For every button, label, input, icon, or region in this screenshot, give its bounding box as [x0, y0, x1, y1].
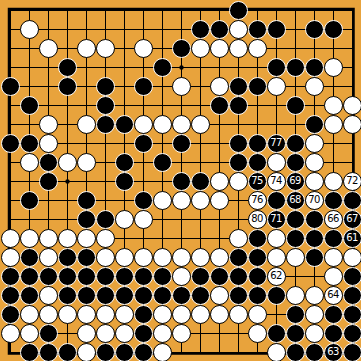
white-stone[interactable] — [229, 305, 248, 324]
black-stone[interactable] — [77, 210, 96, 229]
black-stone[interactable] — [248, 229, 267, 248]
white-stone[interactable] — [39, 115, 58, 134]
white-stone[interactable] — [1, 229, 20, 248]
black-stone[interactable] — [324, 20, 343, 39]
white-stone-numbered[interactable]: 80 — [248, 210, 267, 229]
black-stone[interactable] — [229, 1, 248, 20]
star-point — [179, 65, 183, 69]
white-stone[interactable] — [324, 248, 343, 267]
black-stone[interactable] — [20, 134, 39, 153]
white-stone[interactable] — [77, 324, 96, 343]
white-stone[interactable] — [343, 248, 361, 267]
white-stone[interactable] — [115, 324, 134, 343]
white-stone[interactable] — [39, 286, 58, 305]
white-stone[interactable] — [134, 248, 153, 267]
black-stone-numbered[interactable]: 69 — [286, 172, 305, 191]
black-stone[interactable] — [343, 191, 361, 210]
black-stone[interactable] — [267, 191, 286, 210]
black-stone[interactable] — [286, 134, 305, 153]
black-stone[interactable] — [134, 191, 153, 210]
white-stone[interactable] — [96, 248, 115, 267]
move-number: 75 — [251, 176, 263, 186]
black-stone[interactable] — [1, 267, 20, 286]
white-stone[interactable] — [305, 134, 324, 153]
black-stone[interactable] — [267, 286, 286, 305]
white-stone[interactable] — [58, 305, 77, 324]
black-stone[interactable] — [305, 229, 324, 248]
white-stone-numbered[interactable]: 66 — [324, 210, 343, 229]
white-stone-numbered[interactable]: 62 — [267, 267, 286, 286]
move-number: 64 — [327, 290, 339, 300]
white-stone[interactable] — [153, 305, 172, 324]
black-stone[interactable] — [191, 172, 210, 191]
black-stone[interactable] — [20, 96, 39, 115]
move-number: 68 — [289, 195, 301, 205]
white-stone[interactable] — [39, 248, 58, 267]
black-stone-numbered[interactable]: 71 — [267, 210, 286, 229]
black-stone-numbered[interactable]: 77 — [267, 134, 286, 153]
white-stone[interactable] — [39, 229, 58, 248]
black-stone[interactable] — [20, 191, 39, 210]
black-stone-numbered[interactable]: 75 — [248, 172, 267, 191]
black-stone[interactable] — [1, 305, 20, 324]
white-stone[interactable] — [229, 39, 248, 58]
black-stone[interactable] — [267, 324, 286, 343]
white-stone[interactable] — [191, 248, 210, 267]
black-stone[interactable] — [58, 248, 77, 267]
move-number: 69 — [289, 176, 301, 186]
white-stone[interactable] — [134, 115, 153, 134]
white-stone[interactable] — [248, 305, 267, 324]
white-stone[interactable] — [20, 153, 39, 172]
black-stone[interactable] — [115, 115, 134, 134]
white-stone[interactable] — [191, 191, 210, 210]
black-stone[interactable] — [172, 39, 191, 58]
black-stone[interactable] — [267, 20, 286, 39]
white-stone[interactable] — [77, 305, 96, 324]
black-stone[interactable] — [20, 267, 39, 286]
move-number: 70 — [308, 195, 320, 205]
white-stone[interactable] — [153, 343, 172, 361]
black-stone[interactable] — [134, 305, 153, 324]
black-stone[interactable] — [1, 77, 20, 96]
black-stone[interactable] — [58, 58, 77, 77]
white-stone[interactable] — [286, 286, 305, 305]
white-stone[interactable] — [248, 39, 267, 58]
black-stone[interactable] — [248, 20, 267, 39]
black-stone[interactable] — [1, 134, 20, 153]
black-stone[interactable] — [343, 305, 361, 324]
black-stone[interactable] — [229, 267, 248, 286]
black-stone[interactable] — [77, 267, 96, 286]
white-stone[interactable] — [191, 39, 210, 58]
black-stone[interactable] — [286, 324, 305, 343]
white-stone-numbered[interactable]: 70 — [305, 191, 324, 210]
black-stone[interactable] — [20, 286, 39, 305]
white-stone[interactable] — [20, 20, 39, 39]
black-stone[interactable] — [134, 77, 153, 96]
white-stone[interactable] — [324, 96, 343, 115]
black-stone[interactable] — [191, 267, 210, 286]
black-stone[interactable] — [343, 324, 361, 343]
black-stone[interactable] — [96, 115, 115, 134]
white-stone[interactable] — [229, 20, 248, 39]
white-stone[interactable] — [210, 77, 229, 96]
white-stone[interactable] — [96, 39, 115, 58]
black-stone[interactable] — [115, 343, 134, 361]
white-stone[interactable] — [191, 115, 210, 134]
black-stone[interactable] — [134, 324, 153, 343]
white-stone[interactable] — [153, 324, 172, 343]
black-stone-numbered[interactable]: 67 — [343, 210, 361, 229]
black-stone[interactable] — [153, 286, 172, 305]
black-stone[interactable] — [77, 191, 96, 210]
white-stone[interactable] — [115, 210, 134, 229]
black-stone[interactable] — [343, 267, 361, 286]
black-stone[interactable] — [286, 229, 305, 248]
black-stone[interactable] — [172, 172, 191, 191]
white-stone[interactable] — [229, 172, 248, 191]
white-stone[interactable] — [172, 305, 191, 324]
white-stone[interactable] — [20, 305, 39, 324]
black-stone[interactable] — [96, 210, 115, 229]
white-stone[interactable] — [267, 229, 286, 248]
black-stone[interactable] — [286, 210, 305, 229]
white-stone[interactable] — [77, 229, 96, 248]
black-stone[interactable] — [153, 58, 172, 77]
black-stone[interactable] — [39, 343, 58, 361]
go-diagram-page: 77757469727668708071666761626463 — [0, 0, 361, 361]
move-number: 66 — [327, 214, 339, 224]
black-stone[interactable] — [172, 134, 191, 153]
star-point — [65, 179, 69, 183]
black-stone[interactable] — [1, 286, 20, 305]
black-stone[interactable] — [305, 20, 324, 39]
black-stone[interactable] — [20, 343, 39, 361]
move-number: 63 — [327, 347, 339, 357]
black-stone[interactable] — [39, 172, 58, 191]
white-stone[interactable] — [115, 248, 134, 267]
black-stone[interactable] — [248, 153, 267, 172]
black-stone[interactable] — [305, 248, 324, 267]
white-stone[interactable] — [96, 229, 115, 248]
black-stone[interactable] — [210, 267, 229, 286]
white-stone[interactable] — [248, 324, 267, 343]
black-stone[interactable] — [248, 134, 267, 153]
move-number: 72 — [346, 176, 358, 186]
white-stone[interactable] — [343, 115, 361, 134]
black-stone[interactable] — [267, 58, 286, 77]
black-stone[interactable] — [115, 153, 134, 172]
black-stone[interactable] — [324, 324, 343, 343]
white-stone-numbered[interactable]: 64 — [324, 286, 343, 305]
white-stone[interactable] — [324, 267, 343, 286]
black-stone[interactable] — [191, 286, 210, 305]
white-stone-numbered[interactable]: 72 — [343, 172, 361, 191]
white-stone[interactable] — [58, 153, 77, 172]
white-stone[interactable] — [191, 305, 210, 324]
white-stone[interactable] — [324, 172, 343, 191]
black-stone[interactable] — [134, 343, 153, 361]
black-stone[interactable] — [343, 343, 361, 361]
black-stone[interactable] — [153, 267, 172, 286]
white-stone[interactable] — [305, 324, 324, 343]
black-stone[interactable] — [20, 248, 39, 267]
white-stone[interactable] — [267, 77, 286, 96]
white-stone[interactable] — [77, 115, 96, 134]
white-stone[interactable] — [286, 248, 305, 267]
move-number: 76 — [251, 195, 263, 205]
move-number: 74 — [270, 176, 282, 186]
move-number: 67 — [346, 214, 358, 224]
black-stone-numbered[interactable]: 68 — [286, 191, 305, 210]
black-stone[interactable] — [286, 96, 305, 115]
white-stone[interactable] — [20, 324, 39, 343]
white-stone[interactable] — [343, 96, 361, 115]
white-stone[interactable] — [210, 305, 229, 324]
white-stone[interactable] — [210, 248, 229, 267]
white-stone[interactable] — [305, 286, 324, 305]
white-stone[interactable] — [96, 324, 115, 343]
black-stone[interactable] — [58, 343, 77, 361]
black-stone[interactable] — [115, 172, 134, 191]
black-stone[interactable] — [172, 286, 191, 305]
black-stone[interactable] — [96, 77, 115, 96]
white-stone[interactable] — [210, 39, 229, 58]
black-stone[interactable] — [134, 134, 153, 153]
white-stone[interactable] — [96, 305, 115, 324]
white-stone[interactable] — [172, 267, 191, 286]
move-number: 61 — [346, 233, 358, 243]
black-stone[interactable] — [134, 286, 153, 305]
white-stone[interactable] — [77, 153, 96, 172]
black-stone[interactable] — [305, 115, 324, 134]
white-stone[interactable] — [305, 305, 324, 324]
move-number: 77 — [270, 138, 282, 148]
black-stone[interactable] — [39, 153, 58, 172]
go-board[interactable]: 77757469727668708071666761626463 — [0, 0, 361, 361]
black-stone[interactable] — [248, 286, 267, 305]
black-stone[interactable] — [229, 248, 248, 267]
white-stone[interactable] — [324, 58, 343, 77]
black-stone[interactable] — [305, 210, 324, 229]
white-stone[interactable] — [20, 229, 39, 248]
black-stone-numbered[interactable]: 61 — [343, 229, 361, 248]
white-stone[interactable] — [134, 39, 153, 58]
white-stone[interactable] — [267, 248, 286, 267]
black-stone[interactable] — [286, 58, 305, 77]
black-stone[interactable] — [134, 267, 153, 286]
black-stone[interactable] — [191, 20, 210, 39]
white-stone-numbered[interactable]: 74 — [267, 172, 286, 191]
black-stone[interactable] — [229, 286, 248, 305]
white-stone[interactable] — [115, 305, 134, 324]
white-stone[interactable] — [172, 324, 191, 343]
black-stone[interactable] — [229, 96, 248, 115]
black-stone[interactable] — [229, 134, 248, 153]
black-stone[interactable] — [248, 248, 267, 267]
white-stone[interactable] — [39, 305, 58, 324]
white-stone[interactable] — [1, 248, 20, 267]
black-stone[interactable] — [115, 267, 134, 286]
move-number: 62 — [270, 271, 282, 281]
white-stone[interactable] — [153, 191, 172, 210]
white-stone[interactable] — [210, 191, 229, 210]
white-stone[interactable] — [153, 248, 172, 267]
white-stone[interactable] — [39, 39, 58, 58]
white-stone[interactable] — [229, 229, 248, 248]
black-stone[interactable] — [96, 96, 115, 115]
white-stone[interactable] — [172, 248, 191, 267]
black-stone[interactable] — [324, 229, 343, 248]
white-stone[interactable] — [153, 115, 172, 134]
black-stone[interactable] — [96, 286, 115, 305]
black-stone[interactable] — [115, 286, 134, 305]
white-stone[interactable] — [172, 115, 191, 134]
white-stone[interactable] — [58, 229, 77, 248]
white-stone[interactable] — [172, 191, 191, 210]
black-stone[interactable] — [305, 58, 324, 77]
white-stone[interactable] — [1, 324, 20, 343]
black-stone[interactable] — [229, 153, 248, 172]
white-stone[interactable] — [305, 77, 324, 96]
black-stone-numbered[interactable]: 63 — [324, 343, 343, 361]
black-stone[interactable] — [286, 305, 305, 324]
black-stone[interactable] — [210, 20, 229, 39]
white-stone[interactable] — [172, 77, 191, 96]
white-stone[interactable] — [305, 172, 324, 191]
white-stone[interactable] — [210, 172, 229, 191]
black-stone[interactable] — [77, 286, 96, 305]
black-stone[interactable] — [39, 267, 58, 286]
black-stone[interactable] — [248, 77, 267, 96]
white-stone[interactable] — [77, 39, 96, 58]
black-stone[interactable] — [58, 77, 77, 96]
black-stone[interactable] — [248, 267, 267, 286]
black-stone[interactable] — [58, 267, 77, 286]
black-stone[interactable] — [324, 191, 343, 210]
move-number: 80 — [251, 214, 263, 224]
black-stone[interactable] — [39, 324, 58, 343]
white-stone-numbered[interactable]: 76 — [248, 191, 267, 210]
black-stone[interactable] — [58, 286, 77, 305]
black-stone[interactable] — [343, 286, 361, 305]
black-stone[interactable] — [153, 153, 172, 172]
white-stone[interactable] — [134, 210, 153, 229]
white-stone[interactable] — [77, 343, 96, 361]
white-stone[interactable] — [267, 153, 286, 172]
white-stone[interactable] — [305, 153, 324, 172]
black-stone[interactable] — [210, 96, 229, 115]
white-stone[interactable] — [210, 286, 229, 305]
white-stone[interactable] — [39, 134, 58, 153]
black-stone[interactable] — [324, 305, 343, 324]
white-stone[interactable] — [267, 343, 286, 361]
black-stone[interactable] — [229, 77, 248, 96]
white-stone[interactable] — [324, 115, 343, 134]
move-number: 71 — [270, 214, 282, 224]
black-stone[interactable] — [96, 343, 115, 361]
black-stone[interactable] — [305, 343, 324, 361]
black-stone[interactable] — [96, 267, 115, 286]
black-stone[interactable] — [77, 248, 96, 267]
black-stone[interactable] — [286, 343, 305, 361]
black-stone[interactable] — [286, 153, 305, 172]
